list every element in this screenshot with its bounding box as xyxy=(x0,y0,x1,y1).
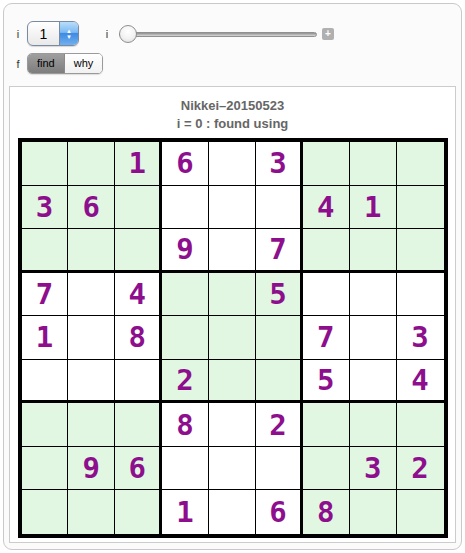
cell-r2c6 xyxy=(256,186,303,230)
cell-r1c6: 3 xyxy=(256,142,303,186)
cell-r2c8: 1 xyxy=(350,186,397,230)
cell-r3c2 xyxy=(68,229,115,273)
control-row-popup-slider: i 1 ▲ ▼ i + xyxy=(14,21,461,46)
cell-r2c1: 3 xyxy=(22,186,69,230)
cell-r1c9 xyxy=(397,142,444,186)
cell-r3c7 xyxy=(303,229,350,273)
find-button[interactable]: find xyxy=(28,54,65,73)
cell-r8c1 xyxy=(22,447,69,491)
cell-r5c9: 3 xyxy=(397,316,444,360)
cell-r8c8: 3 xyxy=(350,447,397,491)
cell-r1c3: 1 xyxy=(115,142,162,186)
cell-r2c9 xyxy=(397,186,444,230)
cell-r8c3: 6 xyxy=(115,447,162,491)
cell-r5c6 xyxy=(256,316,303,360)
cell-r6c3 xyxy=(115,360,162,404)
cell-r4c3: 4 xyxy=(115,273,162,317)
slider-variable-label: i xyxy=(103,28,111,40)
setter-variable-label: f xyxy=(14,58,22,70)
cell-r2c4 xyxy=(162,186,209,230)
cell-r5c2 xyxy=(68,316,115,360)
cell-r9c5 xyxy=(209,490,256,534)
cell-r2c7: 4 xyxy=(303,186,350,230)
sudoku-board: 1633641977451873254829632168 xyxy=(18,138,448,538)
find-why-setter-bar: find why xyxy=(27,53,103,74)
cell-r7c5 xyxy=(209,403,256,447)
popup-variable-label: i xyxy=(14,28,22,40)
cell-r6c6 xyxy=(256,360,303,404)
cell-r7c1 xyxy=(22,403,69,447)
why-button[interactable]: why xyxy=(65,54,103,73)
cell-r8c4 xyxy=(162,447,209,491)
i-slider[interactable] xyxy=(119,24,317,44)
cell-r1c1 xyxy=(22,142,69,186)
cell-r1c4: 6 xyxy=(162,142,209,186)
cell-r4c6: 5 xyxy=(256,273,303,317)
cell-r3c8 xyxy=(350,229,397,273)
cell-r4c1: 7 xyxy=(22,273,69,317)
cell-r8c5 xyxy=(209,447,256,491)
output-panel: Nikkei–20150523 i = 0 : found using 1633… xyxy=(9,86,456,543)
cell-r6c9: 4 xyxy=(397,360,444,404)
manipulate-frame: i 1 ▲ ▼ i + f find why Nikkei–20150523 i… xyxy=(3,3,462,550)
cell-r6c2 xyxy=(68,360,115,404)
cell-r9c9 xyxy=(397,490,444,534)
cell-r7c9 xyxy=(397,403,444,447)
cell-r9c8 xyxy=(350,490,397,534)
cell-r9c7: 8 xyxy=(303,490,350,534)
cell-r4c5 xyxy=(209,273,256,317)
cell-r7c4: 8 xyxy=(162,403,209,447)
cell-r4c9 xyxy=(397,273,444,317)
cell-r4c2 xyxy=(68,273,115,317)
cell-r4c7 xyxy=(303,273,350,317)
slider-thumb[interactable] xyxy=(119,25,137,43)
cell-r5c1: 1 xyxy=(22,316,69,360)
slider-track[interactable] xyxy=(119,32,317,37)
cell-r1c8 xyxy=(350,142,397,186)
cell-r9c6: 6 xyxy=(256,490,303,534)
cell-r7c7 xyxy=(303,403,350,447)
cell-r9c3 xyxy=(115,490,162,534)
popup-stepper[interactable]: ▲ ▼ xyxy=(59,22,78,45)
cell-r9c1 xyxy=(22,490,69,534)
cell-r5c3: 8 xyxy=(115,316,162,360)
cell-r9c4: 1 xyxy=(162,490,209,534)
control-row-setter: f find why xyxy=(14,53,461,74)
cell-r3c3 xyxy=(115,229,162,273)
cell-r7c3 xyxy=(115,403,162,447)
cell-r8c6 xyxy=(256,447,303,491)
cell-r8c2: 9 xyxy=(68,447,115,491)
cell-r1c7 xyxy=(303,142,350,186)
cell-r3c9 xyxy=(397,229,444,273)
cell-r3c6: 7 xyxy=(256,229,303,273)
cell-r5c5 xyxy=(209,316,256,360)
cell-r5c7: 7 xyxy=(303,316,350,360)
cell-r7c8 xyxy=(350,403,397,447)
cell-r7c6: 2 xyxy=(256,403,303,447)
cell-r4c8 xyxy=(350,273,397,317)
cell-r8c7 xyxy=(303,447,350,491)
expand-controls-button[interactable]: + xyxy=(322,28,334,40)
cell-r6c1 xyxy=(22,360,69,404)
cell-r3c4: 9 xyxy=(162,229,209,273)
cell-r3c5 xyxy=(209,229,256,273)
cell-r2c3 xyxy=(115,186,162,230)
cell-r1c2 xyxy=(68,142,115,186)
cell-r7c2 xyxy=(68,403,115,447)
popup-selected-value: 1 xyxy=(28,22,59,45)
plus-icon: + xyxy=(325,29,331,39)
cell-r6c7: 5 xyxy=(303,360,350,404)
index-popup-menu[interactable]: 1 ▲ ▼ xyxy=(27,21,79,46)
cell-r4c4 xyxy=(162,273,209,317)
cell-r2c5 xyxy=(209,186,256,230)
cell-r8c9: 2 xyxy=(397,447,444,491)
cell-r1c5 xyxy=(209,142,256,186)
puzzle-status-line: i = 0 : found using xyxy=(10,116,455,131)
cell-r5c8 xyxy=(350,316,397,360)
cell-r6c5 xyxy=(209,360,256,404)
cell-r9c2 xyxy=(68,490,115,534)
cell-r3c1 xyxy=(22,229,69,273)
stepper-down-icon: ▼ xyxy=(66,34,72,40)
cell-r6c4: 2 xyxy=(162,360,209,404)
puzzle-title: Nikkei–20150523 xyxy=(10,98,455,113)
cell-r5c4 xyxy=(162,316,209,360)
cell-r6c8 xyxy=(350,360,397,404)
cell-r2c2: 6 xyxy=(68,186,115,230)
